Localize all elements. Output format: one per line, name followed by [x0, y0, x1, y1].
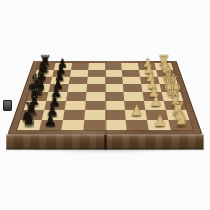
- white-knight-icon: ♞: [164, 108, 199, 128]
- chess-board: ♜♞♝♛♚♝♜♞♟♟♟♟♟♟♟♟♟♟♟♟♟♟♟♟♜♞♝♛♚♝♜♞: [7, 61, 202, 134]
- fold-seam-icon: [104, 134, 106, 149]
- hinge-clasp-icon: [3, 100, 12, 111]
- black-pawn-icon: ♟: [33, 113, 68, 128]
- piece-black-pawn: ♟: [39, 120, 63, 131]
- piece-white-knight: ♞: [168, 120, 193, 131]
- pieces-layer: ♜♞♝♛♚♝♜♞♟♟♟♟♟♟♟♟♟♟♟♟♟♟♟♟♜♞♝♛♚♝♜♞: [17, 63, 193, 130]
- chess-set-photo: ♜♞♝♛♚♝♜♞♟♟♟♟♟♟♟♟♟♟♟♟♟♟♟♟♜♞♝♛♚♝♜♞: [0, 0, 210, 210]
- photo-scene: ♜♞♝♛♚♝♜♞♟♟♟♟♟♟♟♟♟♟♟♟♟♟♟♟♜♞♝♛♚♝♜♞: [0, 0, 210, 210]
- box-front-edge: [6, 134, 203, 149]
